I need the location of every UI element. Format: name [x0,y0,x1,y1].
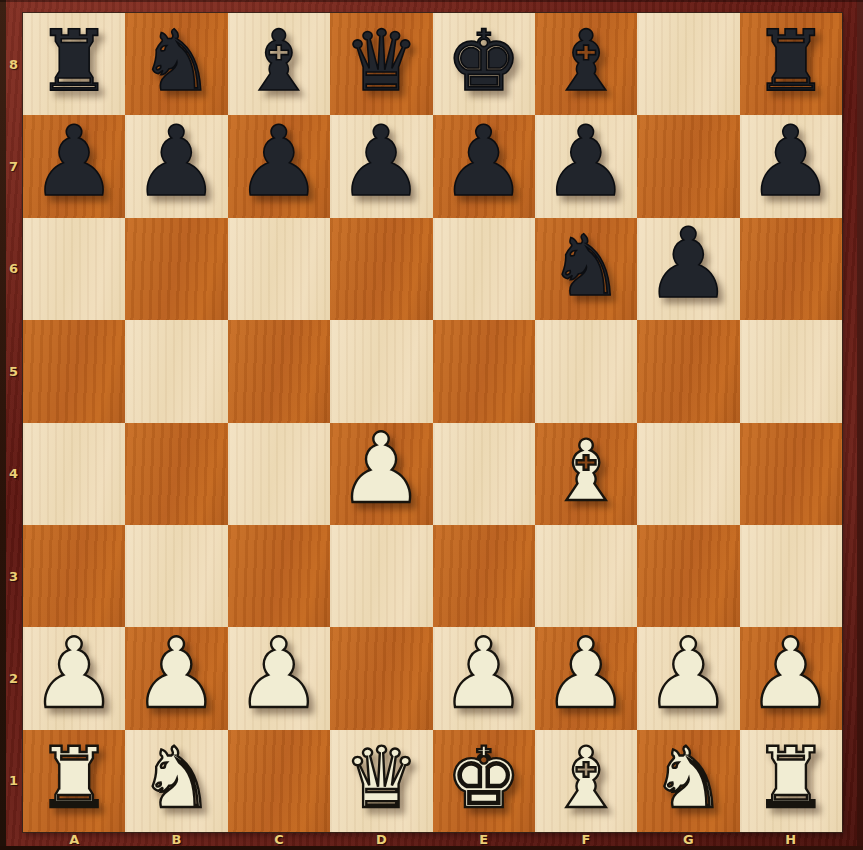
square-d7[interactable]: ♟ [330,115,432,217]
black-pawn-a7[interactable]: ♟ [31,115,118,210]
square-e6[interactable] [433,218,535,320]
square-a3[interactable] [23,525,125,627]
black-queen-d8[interactable]: ♛ [344,19,419,103]
white-knight-b1[interactable]: ♞ [139,736,214,820]
square-b5[interactable] [125,320,227,422]
square-e5[interactable] [433,320,535,422]
square-g1[interactable]: ♞ [637,730,739,832]
square-f2[interactable]: ♟ [535,627,637,729]
file-label-h: H [740,831,842,848]
square-d2[interactable] [330,627,432,729]
file-label-g: G [637,831,739,848]
black-knight-f6[interactable]: ♞ [548,224,623,308]
square-d3[interactable] [330,525,432,627]
square-f4[interactable]: ♝ [535,423,637,525]
square-g8[interactable] [637,13,739,115]
white-pawn-c2[interactable]: ♟ [235,627,322,722]
square-a2[interactable]: ♟ [23,627,125,729]
rank-labels: 87654321 [0,13,23,832]
square-h8[interactable]: ♜ [740,13,842,115]
black-pawn-d7[interactable]: ♟ [338,115,425,210]
square-g6[interactable]: ♟ [637,218,739,320]
frame-edge-right [857,0,863,850]
black-rook-h8[interactable]: ♜ [753,19,828,103]
square-e4[interactable] [433,423,535,525]
square-b1[interactable]: ♞ [125,730,227,832]
white-pawn-d4[interactable]: ♟ [338,423,425,518]
white-pawn-a2[interactable]: ♟ [31,627,118,722]
square-a6[interactable] [23,218,125,320]
square-c3[interactable] [228,525,330,627]
rank-label-7: 7 [0,115,23,217]
square-a8[interactable]: ♜ [23,13,125,115]
square-b7[interactable]: ♟ [125,115,227,217]
square-h5[interactable] [740,320,842,422]
file-labels: ABCDEFGH [23,831,842,848]
square-g5[interactable] [637,320,739,422]
white-pawn-e2[interactable]: ♟ [440,627,527,722]
square-c6[interactable] [228,218,330,320]
black-pawn-g6[interactable]: ♟ [645,218,732,313]
black-rook-a8[interactable]: ♜ [37,19,112,103]
rank-label-3: 3 [0,525,23,627]
square-a5[interactable] [23,320,125,422]
square-f8[interactable]: ♝ [535,13,637,115]
white-pawn-g2[interactable]: ♟ [645,627,732,722]
rank-label-8: 8 [0,13,23,115]
white-queen-d1[interactable]: ♛ [344,736,419,820]
white-bishop-f1[interactable]: ♝ [548,736,623,820]
square-h6[interactable] [740,218,842,320]
black-pawn-c7[interactable]: ♟ [235,115,322,210]
square-g3[interactable] [637,525,739,627]
rank-label-1: 1 [0,730,23,832]
rank-label-6: 6 [0,218,23,320]
square-g4[interactable] [637,423,739,525]
square-e3[interactable] [433,525,535,627]
white-rook-a1[interactable]: ♜ [37,736,112,820]
square-f5[interactable] [535,320,637,422]
square-g7[interactable] [637,115,739,217]
square-e8[interactable]: ♚ [433,13,535,115]
square-c8[interactable]: ♝ [228,13,330,115]
white-bishop-f4[interactable]: ♝ [548,429,623,513]
chessboard-frame: 87654321 ♜♞♝♛♚♝♜♟♟♟♟♟♟♟♞♟♟♝♟♟♟♟♟♟♟♜♞♛♚♝♞… [0,0,863,850]
square-h3[interactable] [740,525,842,627]
file-label-f: F [535,831,637,848]
white-knight-g1[interactable]: ♞ [651,736,726,820]
square-c4[interactable] [228,423,330,525]
square-a1[interactable]: ♜ [23,730,125,832]
black-pawn-e7[interactable]: ♟ [440,115,527,210]
square-b4[interactable] [125,423,227,525]
square-b8[interactable]: ♞ [125,13,227,115]
white-pawn-b2[interactable]: ♟ [133,627,220,722]
square-a4[interactable] [23,423,125,525]
square-d5[interactable] [330,320,432,422]
file-label-a: A [23,831,125,848]
black-bishop-f8[interactable]: ♝ [548,19,623,103]
frame-edge-top [0,0,863,2]
file-label-d: D [330,831,432,848]
black-pawn-b7[interactable]: ♟ [133,115,220,210]
square-h4[interactable] [740,423,842,525]
chess-board: ♜♞♝♛♚♝♜♟♟♟♟♟♟♟♞♟♟♝♟♟♟♟♟♟♟♜♞♛♚♝♞♜ [23,13,842,832]
black-bishop-c8[interactable]: ♝ [241,19,316,103]
file-label-c: C [228,831,330,848]
black-knight-b8[interactable]: ♞ [139,19,214,103]
square-d6[interactable] [330,218,432,320]
rank-label-4: 4 [0,423,23,525]
square-c2[interactable]: ♟ [228,627,330,729]
square-e2[interactable]: ♟ [433,627,535,729]
square-f6[interactable]: ♞ [535,218,637,320]
square-c5[interactable] [228,320,330,422]
square-h1[interactable]: ♜ [740,730,842,832]
square-c7[interactable]: ♟ [228,115,330,217]
file-label-b: B [125,831,227,848]
square-g2[interactable]: ♟ [637,627,739,729]
square-d4[interactable]: ♟ [330,423,432,525]
square-c1[interactable] [228,730,330,832]
square-d1[interactable]: ♛ [330,730,432,832]
square-b2[interactable]: ♟ [125,627,227,729]
black-pawn-f7[interactable]: ♟ [543,115,630,210]
rank-label-5: 5 [0,320,23,422]
square-b6[interactable] [125,218,227,320]
square-h7[interactable]: ♟ [740,115,842,217]
square-b3[interactable] [125,525,227,627]
white-pawn-h2[interactable]: ♟ [747,627,834,722]
white-pawn-f2[interactable]: ♟ [543,627,630,722]
square-e1[interactable]: ♚ [433,730,535,832]
square-h2[interactable]: ♟ [740,627,842,729]
square-f3[interactable] [535,525,637,627]
white-king-e1[interactable]: ♚ [446,736,521,820]
square-a7[interactable]: ♟ [23,115,125,217]
square-f1[interactable]: ♝ [535,730,637,832]
black-pawn-h7[interactable]: ♟ [747,115,834,210]
rank-label-2: 2 [0,627,23,729]
square-d8[interactable]: ♛ [330,13,432,115]
square-e7[interactable]: ♟ [433,115,535,217]
square-f7[interactable]: ♟ [535,115,637,217]
white-rook-h1[interactable]: ♜ [753,736,828,820]
black-king-e8[interactable]: ♚ [446,19,521,103]
file-label-e: E [433,831,535,848]
